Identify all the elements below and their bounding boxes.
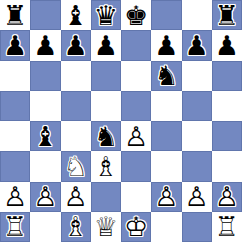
piece-outline-glyph: ♖ bbox=[212, 212, 242, 242]
square-e3[interactable] bbox=[121, 151, 151, 181]
piece-outline-glyph: ♘ bbox=[61, 151, 91, 181]
square-e6[interactable] bbox=[121, 61, 151, 91]
white-pawn[interactable]: ♟♙ bbox=[182, 182, 212, 212]
square-g7[interactable]: ♟ bbox=[182, 30, 212, 60]
piece-glyph: ♜ bbox=[0, 0, 30, 30]
square-h7[interactable]: ♟ bbox=[212, 30, 242, 60]
square-c5[interactable] bbox=[61, 91, 91, 121]
square-h4[interactable] bbox=[212, 121, 242, 151]
square-c3[interactable]: ♞♘ bbox=[61, 151, 91, 181]
square-b4[interactable]: ♝ bbox=[30, 121, 60, 151]
black-knight[interactable]: ♞ bbox=[91, 121, 121, 151]
piece-glyph: ♝ bbox=[61, 0, 91, 30]
square-h3[interactable] bbox=[212, 151, 242, 181]
square-a2[interactable]: ♟♙ bbox=[0, 182, 30, 212]
square-a8[interactable]: ♜ bbox=[0, 0, 30, 30]
piece-outline-glyph: ♙ bbox=[30, 182, 60, 212]
black-rook[interactable]: ♜ bbox=[0, 0, 30, 30]
piece-glyph: ♟ bbox=[91, 30, 121, 60]
square-b3[interactable] bbox=[30, 151, 60, 181]
piece-outline-glyph: ♗ bbox=[61, 212, 91, 242]
square-h5[interactable] bbox=[212, 91, 242, 121]
square-g2[interactable]: ♟♙ bbox=[182, 182, 212, 212]
square-a7[interactable]: ♟ bbox=[0, 30, 30, 60]
piece-outline-glyph: ♖ bbox=[0, 212, 30, 242]
white-bishop[interactable]: ♝♗ bbox=[61, 212, 91, 242]
square-h6[interactable] bbox=[212, 61, 242, 91]
square-c8[interactable]: ♝ bbox=[61, 0, 91, 30]
square-e1[interactable]: ♚♔ bbox=[121, 212, 151, 242]
piece-outline-glyph: ♙ bbox=[121, 121, 151, 151]
square-c1[interactable]: ♝♗ bbox=[61, 212, 91, 242]
square-d2[interactable] bbox=[91, 182, 121, 212]
black-pawn[interactable]: ♟ bbox=[182, 30, 212, 60]
piece-glyph: ♟ bbox=[182, 30, 212, 60]
piece-glyph: ♞ bbox=[91, 121, 121, 151]
white-pawn[interactable]: ♟♙ bbox=[121, 121, 151, 151]
piece-outline-glyph: ♙ bbox=[182, 182, 212, 212]
square-f7[interactable]: ♟ bbox=[151, 30, 181, 60]
black-pawn[interactable]: ♟ bbox=[30, 30, 60, 60]
square-b7[interactable]: ♟ bbox=[30, 30, 60, 60]
piece-glyph: ♟ bbox=[61, 30, 91, 60]
square-a1[interactable]: ♜♖ bbox=[0, 212, 30, 242]
white-rook[interactable]: ♜♖ bbox=[0, 212, 30, 242]
square-a6[interactable] bbox=[0, 61, 30, 91]
square-d4[interactable]: ♞ bbox=[91, 121, 121, 151]
white-knight[interactable]: ♞♘ bbox=[61, 151, 91, 181]
piece-glyph: ♟ bbox=[151, 30, 181, 60]
square-b1[interactable] bbox=[30, 212, 60, 242]
square-e5[interactable] bbox=[121, 91, 151, 121]
square-g1[interactable] bbox=[182, 212, 212, 242]
black-king[interactable]: ♚ bbox=[121, 0, 151, 30]
square-h8[interactable]: ♜ bbox=[212, 0, 242, 30]
piece-outline-glyph: ♙ bbox=[61, 182, 91, 212]
white-bishop[interactable]: ♝♗ bbox=[91, 151, 121, 181]
black-pawn[interactable]: ♟ bbox=[151, 30, 181, 60]
white-rook[interactable]: ♜♖ bbox=[212, 212, 242, 242]
black-rook[interactable]: ♜ bbox=[212, 0, 242, 30]
black-queen[interactable]: ♛ bbox=[91, 0, 121, 30]
square-f1[interactable] bbox=[151, 212, 181, 242]
black-pawn[interactable]: ♟ bbox=[0, 30, 30, 60]
square-c7[interactable]: ♟ bbox=[61, 30, 91, 60]
square-f8[interactable] bbox=[151, 0, 181, 30]
square-b6[interactable] bbox=[30, 61, 60, 91]
square-d5[interactable] bbox=[91, 91, 121, 121]
square-b5[interactable] bbox=[30, 91, 60, 121]
square-d6[interactable] bbox=[91, 61, 121, 91]
chess-board: ♜♝♛♚♜♟♟♟♟♟♟♟♞♝♞♟♙♞♘♝♗♟♙♟♙♟♙♟♙♟♙♟♙♜♖♝♗♛♕♚… bbox=[0, 0, 242, 242]
square-f4[interactable] bbox=[151, 121, 181, 151]
square-g3[interactable] bbox=[182, 151, 212, 181]
white-pawn[interactable]: ♟♙ bbox=[212, 182, 242, 212]
square-g5[interactable] bbox=[182, 91, 212, 121]
piece-glyph: ♟ bbox=[212, 30, 242, 60]
square-f2[interactable]: ♟♙ bbox=[151, 182, 181, 212]
piece-outline-glyph: ♙ bbox=[0, 182, 30, 212]
piece-glyph: ♚ bbox=[121, 0, 151, 30]
black-pawn[interactable]: ♟ bbox=[91, 30, 121, 60]
black-knight[interactable]: ♞ bbox=[151, 61, 181, 91]
piece-glyph: ♞ bbox=[151, 61, 181, 91]
piece-outline-glyph: ♙ bbox=[151, 182, 181, 212]
square-a3[interactable] bbox=[0, 151, 30, 181]
square-d7[interactable]: ♟ bbox=[91, 30, 121, 60]
square-b2[interactable]: ♟♙ bbox=[30, 182, 60, 212]
white-king[interactable]: ♚♔ bbox=[121, 212, 151, 242]
piece-outline-glyph: ♗ bbox=[91, 151, 121, 181]
white-pawn[interactable]: ♟♙ bbox=[0, 182, 30, 212]
square-e4[interactable]: ♟♙ bbox=[121, 121, 151, 151]
square-h1[interactable]: ♜♖ bbox=[212, 212, 242, 242]
white-pawn[interactable]: ♟♙ bbox=[61, 182, 91, 212]
square-a4[interactable] bbox=[0, 121, 30, 151]
square-c2[interactable]: ♟♙ bbox=[61, 182, 91, 212]
square-g4[interactable] bbox=[182, 121, 212, 151]
square-a5[interactable] bbox=[0, 91, 30, 121]
square-f6[interactable]: ♞ bbox=[151, 61, 181, 91]
square-g6[interactable] bbox=[182, 61, 212, 91]
square-g8[interactable] bbox=[182, 0, 212, 30]
piece-outline-glyph: ♙ bbox=[212, 182, 242, 212]
piece-glyph: ♜ bbox=[212, 0, 242, 30]
square-d1[interactable]: ♛♕ bbox=[91, 212, 121, 242]
square-c6[interactable] bbox=[61, 61, 91, 91]
square-e7[interactable] bbox=[121, 30, 151, 60]
white-pawn[interactable]: ♟♙ bbox=[151, 182, 181, 212]
piece-glyph: ♛ bbox=[91, 0, 121, 30]
piece-outline-glyph: ♔ bbox=[121, 212, 151, 242]
piece-glyph: ♟ bbox=[30, 30, 60, 60]
black-pawn[interactable]: ♟ bbox=[212, 30, 242, 60]
square-h2[interactable]: ♟♙ bbox=[212, 182, 242, 212]
square-d8[interactable]: ♛ bbox=[91, 0, 121, 30]
black-pawn[interactable]: ♟ bbox=[61, 30, 91, 60]
square-f5[interactable] bbox=[151, 91, 181, 121]
piece-glyph: ♝ bbox=[30, 121, 60, 151]
piece-outline-glyph: ♕ bbox=[91, 212, 121, 242]
white-pawn[interactable]: ♟♙ bbox=[30, 182, 60, 212]
square-d3[interactable]: ♝♗ bbox=[91, 151, 121, 181]
square-f3[interactable] bbox=[151, 151, 181, 181]
square-e2[interactable] bbox=[121, 182, 151, 212]
black-bishop[interactable]: ♝ bbox=[30, 121, 60, 151]
square-e8[interactable]: ♚ bbox=[121, 0, 151, 30]
black-bishop[interactable]: ♝ bbox=[61, 0, 91, 30]
square-b8[interactable] bbox=[30, 0, 60, 30]
white-queen[interactable]: ♛♕ bbox=[91, 212, 121, 242]
square-c4[interactable] bbox=[61, 121, 91, 151]
piece-glyph: ♟ bbox=[0, 30, 30, 60]
